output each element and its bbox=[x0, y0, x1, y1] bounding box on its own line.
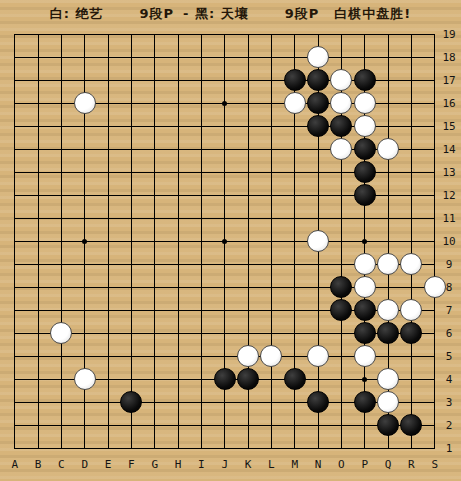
stone-black bbox=[400, 414, 422, 436]
row-label: 19 bbox=[442, 28, 455, 41]
row-label: 7 bbox=[446, 304, 453, 317]
stone-white bbox=[377, 253, 399, 275]
stone-white bbox=[377, 138, 399, 160]
column-label: F bbox=[128, 458, 135, 471]
stone-black bbox=[330, 115, 352, 137]
stone-white bbox=[307, 345, 329, 367]
column-label: M bbox=[291, 458, 298, 471]
stone-white bbox=[307, 230, 329, 252]
stone-white bbox=[307, 46, 329, 68]
row-label: 10 bbox=[442, 235, 455, 248]
row-label: 9 bbox=[446, 258, 453, 271]
go-board[interactable]: ABCDEFGHIJKLMNOPQRS191817161514131211109… bbox=[0, 0, 461, 481]
row-label: 5 bbox=[446, 350, 453, 363]
row-label: 1 bbox=[446, 442, 453, 455]
row-label: 6 bbox=[446, 327, 453, 340]
column-label: A bbox=[11, 458, 18, 471]
stone-black bbox=[354, 391, 376, 413]
row-label: 8 bbox=[446, 281, 453, 294]
stone-black bbox=[400, 322, 422, 344]
column-label: Q bbox=[385, 458, 392, 471]
stone-black bbox=[307, 69, 329, 91]
stone-white bbox=[354, 115, 376, 137]
grid-line-vertical bbox=[411, 34, 412, 449]
column-label: L bbox=[268, 458, 275, 471]
column-label: P bbox=[361, 458, 368, 471]
stone-black bbox=[237, 368, 259, 390]
stone-white bbox=[284, 92, 306, 114]
stone-white bbox=[237, 345, 259, 367]
row-label: 16 bbox=[442, 97, 455, 110]
stone-black bbox=[214, 368, 236, 390]
grid-line-vertical bbox=[434, 34, 435, 449]
stone-white bbox=[354, 253, 376, 275]
star-point bbox=[222, 101, 227, 106]
stone-black bbox=[307, 115, 329, 137]
row-label: 17 bbox=[442, 74, 455, 87]
stone-white bbox=[377, 391, 399, 413]
column-label: N bbox=[315, 458, 322, 471]
column-label: D bbox=[81, 458, 88, 471]
stone-white bbox=[330, 69, 352, 91]
column-label: S bbox=[431, 458, 438, 471]
row-label: 15 bbox=[442, 120, 455, 133]
row-label: 18 bbox=[442, 51, 455, 64]
stone-black bbox=[354, 299, 376, 321]
row-label: 14 bbox=[442, 143, 455, 156]
stone-white bbox=[400, 253, 422, 275]
stone-white bbox=[330, 92, 352, 114]
column-label: R bbox=[408, 458, 415, 471]
grid-line-horizontal bbox=[14, 448, 435, 449]
column-label: O bbox=[338, 458, 345, 471]
stone-white bbox=[74, 92, 96, 114]
stone-black bbox=[307, 391, 329, 413]
row-label: 11 bbox=[442, 212, 455, 225]
stone-white bbox=[354, 276, 376, 298]
stone-black bbox=[330, 276, 352, 298]
row-label: 2 bbox=[446, 419, 453, 432]
column-label: B bbox=[35, 458, 42, 471]
star-point bbox=[362, 239, 367, 244]
stone-white bbox=[377, 368, 399, 390]
stone-white bbox=[50, 322, 72, 344]
go-game-viewer: 白: 绝艺 9段P - 黑: 天壤 9段P 白棋中盘胜! ABCDEFGHIJK… bbox=[0, 0, 461, 481]
stone-black bbox=[377, 322, 399, 344]
row-label: 4 bbox=[446, 373, 453, 386]
row-label: 3 bbox=[446, 396, 453, 409]
stone-white bbox=[400, 299, 422, 321]
stone-black bbox=[354, 322, 376, 344]
stone-black bbox=[354, 184, 376, 206]
stone-black bbox=[354, 138, 376, 160]
stone-white bbox=[74, 368, 96, 390]
column-label: J bbox=[221, 458, 228, 471]
grid-line-horizontal bbox=[14, 425, 435, 426]
column-label: C bbox=[58, 458, 65, 471]
stone-white bbox=[330, 138, 352, 160]
stone-black bbox=[307, 92, 329, 114]
row-label: 12 bbox=[442, 189, 455, 202]
column-label: K bbox=[245, 458, 252, 471]
column-label: G bbox=[151, 458, 158, 471]
stone-black bbox=[354, 161, 376, 183]
column-label: H bbox=[175, 458, 182, 471]
stone-white bbox=[260, 345, 282, 367]
stone-black bbox=[377, 414, 399, 436]
star-point bbox=[82, 239, 87, 244]
stone-white bbox=[424, 276, 446, 298]
column-label: I bbox=[198, 458, 205, 471]
stone-white bbox=[354, 92, 376, 114]
stone-white bbox=[377, 299, 399, 321]
stone-black bbox=[330, 299, 352, 321]
grid-line-vertical bbox=[271, 34, 272, 449]
stone-black bbox=[354, 69, 376, 91]
star-point bbox=[362, 377, 367, 382]
stone-black bbox=[120, 391, 142, 413]
star-point bbox=[222, 239, 227, 244]
stone-black bbox=[284, 69, 306, 91]
stone-black bbox=[284, 368, 306, 390]
stone-white bbox=[354, 345, 376, 367]
row-label: 13 bbox=[442, 166, 455, 179]
column-label: E bbox=[105, 458, 112, 471]
